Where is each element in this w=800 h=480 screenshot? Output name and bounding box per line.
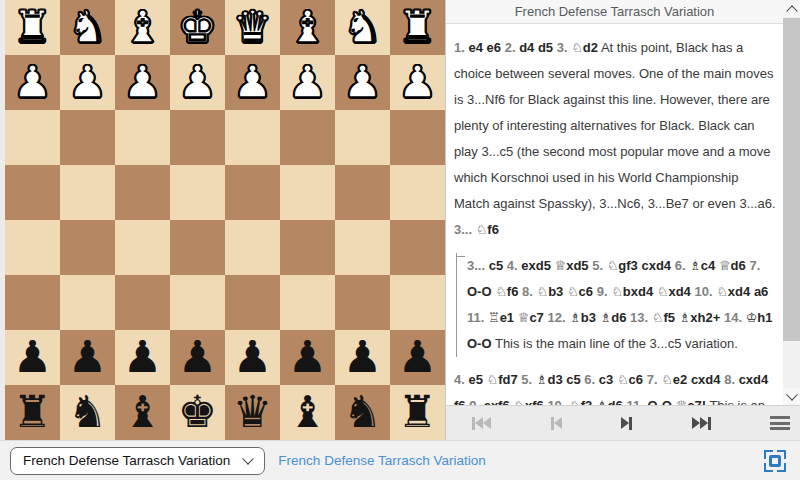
variation-line: 3... c5 4. exd5 ♕xd5 5. ♘gf3 cxd4 6. ♗c4… bbox=[456, 253, 777, 357]
piece-black-pawn: ♟ bbox=[115, 330, 170, 385]
move[interactable]: O-O bbox=[467, 284, 492, 299]
square-c3[interactable] bbox=[280, 110, 335, 165]
square-d3[interactable] bbox=[225, 110, 280, 165]
square-g4[interactable] bbox=[60, 165, 115, 220]
next-move-button[interactable] bbox=[621, 417, 632, 430]
analysis-panel: French Defense Tarrasch Variation 1. e4 … bbox=[445, 0, 800, 440]
move[interactable]: ♘f5 bbox=[652, 310, 675, 325]
move[interactable]: ♗xh2+ bbox=[679, 310, 721, 325]
square-g2[interactable]: ♟ bbox=[60, 55, 115, 110]
piece-black-pawn: ♟ bbox=[390, 330, 445, 385]
go-to-start-button[interactable] bbox=[472, 417, 491, 430]
piece-black-pawn: ♟ bbox=[280, 330, 335, 385]
move[interactable]: O-O bbox=[647, 398, 672, 405]
move-number: 5. bbox=[521, 372, 532, 387]
square-b2[interactable]: ♟ bbox=[335, 55, 390, 110]
commentary: This is the main line of the 3...c5 vari… bbox=[495, 336, 738, 351]
move[interactable]: ♘c6 bbox=[617, 372, 643, 387]
move[interactable]: ♘gf3 bbox=[607, 258, 638, 273]
go-to-end-button[interactable] bbox=[692, 417, 711, 430]
chevron-down-icon bbox=[786, 389, 797, 400]
move-number: 8. bbox=[724, 372, 735, 387]
move[interactable]: ♘d2 bbox=[571, 40, 598, 55]
piece-white-rook: ♜ bbox=[390, 0, 445, 55]
chevron-up-icon bbox=[786, 5, 797, 16]
move[interactable]: ♖e1 bbox=[488, 310, 514, 325]
square-h8[interactable]: ♜ bbox=[5, 385, 60, 440]
piece-white-pawn: ♟ bbox=[390, 55, 445, 110]
move[interactable]: ♘f6 bbox=[495, 284, 518, 299]
move[interactable]: cxd4 bbox=[641, 258, 671, 273]
square-c7[interactable]: ♟ bbox=[280, 330, 335, 385]
piece-black-bishop: ♝ bbox=[115, 385, 170, 440]
move-number: 12. bbox=[547, 310, 565, 325]
piece-black-rook: ♜ bbox=[390, 385, 445, 440]
scroll-up-button[interactable] bbox=[783, 0, 800, 17]
square-c2[interactable]: ♟ bbox=[280, 55, 335, 110]
move[interactable]: e4 bbox=[468, 40, 482, 55]
piece-white-bishop: ♝ bbox=[115, 0, 170, 55]
move[interactable]: c3 bbox=[599, 372, 613, 387]
move-number: 11. bbox=[626, 398, 643, 405]
square-h7[interactable]: ♟ bbox=[5, 330, 60, 385]
piece-white-king: ♚ bbox=[170, 0, 225, 55]
fullscreen-button[interactable] bbox=[764, 450, 786, 472]
square-f3[interactable] bbox=[115, 110, 170, 165]
move[interactable]: c5 bbox=[489, 258, 503, 273]
piece-white-rook: ♜ bbox=[5, 0, 60, 55]
square-a5[interactable] bbox=[390, 220, 445, 275]
square-f4[interactable] bbox=[115, 165, 170, 220]
move[interactable]: ♕c7! bbox=[676, 398, 706, 405]
piece-white-pawn: ♟ bbox=[115, 55, 170, 110]
move[interactable]: d5 bbox=[538, 40, 553, 55]
main-line-paragraph: 4. e5 ♘fd7 5. ♗d3 c5 6. c3 ♘c6 7. ♘e2 cx… bbox=[454, 367, 777, 405]
chess-board: ♜♞♝♚♛♝♞♜♟♟♟♟♟♟♟♟♟♟♟♟♟♟♟♟♜♞♝♚♛♝♞♜ bbox=[5, 0, 445, 440]
square-h1[interactable]: ♜ bbox=[5, 0, 60, 55]
piece-black-knight: ♞ bbox=[335, 385, 390, 440]
square-h6[interactable] bbox=[5, 275, 60, 330]
move-text-content: 1. e4 e6 2. d4 d5 3. ♘d2 At this point, … bbox=[446, 24, 783, 405]
move-number: 11. bbox=[467, 310, 484, 325]
variation-select-value: French Defense Tarrasch Variation bbox=[23, 453, 230, 468]
board-column: ♜♞♝♚♛♝♞♜♟♟♟♟♟♟♟♟♟♟♟♟♟♟♟♟♜♞♝♚♛♝♞♜ bbox=[0, 0, 445, 440]
move[interactable]: ♘xf6 bbox=[513, 398, 543, 405]
square-e1[interactable]: ♚ bbox=[170, 0, 225, 55]
variation-select[interactable]: French Defense Tarrasch Variation bbox=[10, 447, 265, 475]
square-g7[interactable]: ♟ bbox=[60, 330, 115, 385]
chess-study-app: ♜♞♝♚♛♝♞♜♟♟♟♟♟♟♟♟♟♟♟♟♟♟♟♟♜♞♝♚♛♝♞♜ French … bbox=[0, 0, 800, 480]
square-d8[interactable]: ♛ bbox=[225, 385, 280, 440]
menu-icon bbox=[770, 416, 790, 419]
square-e3[interactable] bbox=[170, 110, 225, 165]
next-move-icon bbox=[621, 417, 629, 429]
move[interactable]: a6 bbox=[754, 284, 768, 299]
move[interactable]: c5 bbox=[566, 372, 580, 387]
piece-black-rook: ♜ bbox=[5, 385, 60, 440]
square-b5[interactable] bbox=[335, 220, 390, 275]
move[interactable]: ♗b3 bbox=[569, 310, 596, 325]
square-d5[interactable] bbox=[225, 220, 280, 275]
piece-white-pawn: ♟ bbox=[225, 55, 280, 110]
move-number: 5. bbox=[592, 258, 603, 273]
square-b7[interactable]: ♟ bbox=[335, 330, 390, 385]
move-number: 8. bbox=[522, 284, 533, 299]
square-c1[interactable]: ♝ bbox=[280, 0, 335, 55]
main-line-paragraph: 1. e4 e6 2. d4 d5 3. ♘d2 At this point, … bbox=[454, 35, 777, 243]
move[interactable]: ♘xd4 bbox=[657, 284, 691, 299]
move-number: 2. bbox=[505, 40, 516, 55]
move-navigation-bar bbox=[446, 405, 800, 440]
move-number: 9. bbox=[469, 398, 480, 405]
square-b4[interactable] bbox=[335, 165, 390, 220]
move[interactable]: ♔h1 bbox=[746, 310, 773, 325]
move-number: 3. bbox=[557, 40, 568, 55]
piece-white-pawn: ♟ bbox=[5, 55, 60, 110]
square-a7[interactable]: ♟ bbox=[390, 330, 445, 385]
square-f2[interactable]: ♟ bbox=[115, 55, 170, 110]
square-b8[interactable]: ♞ bbox=[335, 385, 390, 440]
piece-black-king: ♚ bbox=[170, 385, 225, 440]
square-h2[interactable]: ♟ bbox=[5, 55, 60, 110]
last-move-icon bbox=[692, 417, 700, 429]
square-e5[interactable] bbox=[170, 220, 225, 275]
scrollbar-track[interactable] bbox=[783, 17, 800, 388]
square-g6[interactable] bbox=[60, 275, 115, 330]
move-number: 7. bbox=[647, 372, 658, 387]
square-b3[interactable] bbox=[335, 110, 390, 165]
panel-scrollbar[interactable] bbox=[783, 0, 800, 405]
commentary: At this point, Black has a choice betwee… bbox=[454, 40, 776, 211]
move[interactable]: O-O bbox=[467, 336, 492, 351]
footer-bar: French Defense Tarrasch Variation French… bbox=[0, 440, 800, 480]
move[interactable]: cxd4 bbox=[739, 372, 769, 387]
square-c4[interactable] bbox=[280, 165, 335, 220]
square-b6[interactable] bbox=[335, 275, 390, 330]
move[interactable]: ♕c7 bbox=[518, 310, 544, 325]
piece-black-knight: ♞ bbox=[60, 385, 115, 440]
square-d6[interactable] bbox=[225, 275, 280, 330]
square-e6[interactable] bbox=[170, 275, 225, 330]
square-c5[interactable] bbox=[280, 220, 335, 275]
move[interactable]: exd5 bbox=[521, 258, 551, 273]
square-b1[interactable]: ♞ bbox=[335, 0, 390, 55]
square-h4[interactable] bbox=[5, 165, 60, 220]
square-f8[interactable]: ♝ bbox=[115, 385, 170, 440]
square-g3[interactable] bbox=[60, 110, 115, 165]
move[interactable]: exf6 bbox=[484, 398, 510, 405]
square-f6[interactable] bbox=[115, 275, 170, 330]
square-f1[interactable]: ♝ bbox=[115, 0, 170, 55]
menu-button[interactable] bbox=[770, 416, 790, 430]
square-e8[interactable]: ♚ bbox=[170, 385, 225, 440]
move-number: 10. bbox=[694, 284, 712, 299]
square-d7[interactable]: ♟ bbox=[225, 330, 280, 385]
move-number: 3... bbox=[454, 222, 472, 237]
square-a3[interactable] bbox=[390, 110, 445, 165]
square-g5[interactable] bbox=[60, 220, 115, 275]
square-d2[interactable]: ♟ bbox=[225, 55, 280, 110]
square-h3[interactable] bbox=[5, 110, 60, 165]
move[interactable]: ♘xd4 bbox=[716, 284, 750, 299]
square-f5[interactable] bbox=[115, 220, 170, 275]
piece-black-pawn: ♟ bbox=[60, 330, 115, 385]
square-d1[interactable]: ♛ bbox=[225, 0, 280, 55]
move-number: 4. bbox=[507, 258, 518, 273]
square-a6[interactable] bbox=[390, 275, 445, 330]
piece-white-pawn: ♟ bbox=[60, 55, 115, 110]
move[interactable]: ♗d6 bbox=[600, 310, 627, 325]
piece-white-knight: ♞ bbox=[60, 0, 115, 55]
move-number: 14. bbox=[724, 310, 742, 325]
square-f7[interactable]: ♟ bbox=[115, 330, 170, 385]
chevron-down-icon bbox=[243, 453, 254, 464]
panel-title: French Defense Tarrasch Variation bbox=[446, 0, 783, 24]
move-number: 7. bbox=[749, 258, 760, 273]
square-a4[interactable] bbox=[390, 165, 445, 220]
piece-black-bishop: ♝ bbox=[280, 385, 335, 440]
move[interactable]: ♕d6 bbox=[719, 258, 746, 273]
move[interactable]: e6 bbox=[487, 40, 501, 55]
move[interactable]: cxd4 bbox=[691, 372, 721, 387]
move[interactable]: ♕xd5 bbox=[555, 258, 589, 273]
move[interactable]: ♗d3 bbox=[536, 372, 563, 387]
main-area: ♜♞♝♚♛♝♞♜♟♟♟♟♟♟♟♟♟♟♟♟♟♟♟♟♜♞♝♚♛♝♞♜ French … bbox=[0, 0, 800, 440]
move[interactable]: ♘bxd4 bbox=[611, 284, 653, 299]
piece-white-queen: ♛ bbox=[225, 0, 280, 55]
move[interactable]: ♘f6 bbox=[476, 222, 499, 237]
move[interactable]: ♘c6 bbox=[567, 284, 593, 299]
move[interactable]: ♘fd7 bbox=[487, 372, 518, 387]
move[interactable]: ♗d6 bbox=[596, 398, 623, 405]
document-column: French Defense Tarrasch Variation 1. e4 … bbox=[446, 0, 783, 405]
square-c8[interactable]: ♝ bbox=[280, 385, 335, 440]
piece-white-pawn: ♟ bbox=[170, 55, 225, 110]
square-e2[interactable]: ♟ bbox=[170, 55, 225, 110]
piece-black-queen: ♛ bbox=[225, 385, 280, 440]
square-h5[interactable] bbox=[5, 220, 60, 275]
scrollbar-thumb[interactable] bbox=[783, 18, 800, 341]
move[interactable]: d4 bbox=[519, 40, 534, 55]
move-number: 13. bbox=[630, 310, 648, 325]
move-number: 6. bbox=[675, 258, 686, 273]
move[interactable]: ♘e2 bbox=[661, 372, 687, 387]
square-e4[interactable] bbox=[170, 165, 225, 220]
square-g1[interactable]: ♞ bbox=[60, 0, 115, 55]
move-number: 10. bbox=[547, 398, 565, 405]
move-number: 3... bbox=[467, 258, 485, 273]
move[interactable]: e5 bbox=[468, 372, 482, 387]
scroll-down-button[interactable] bbox=[783, 388, 800, 405]
piece-black-pawn: ♟ bbox=[170, 330, 225, 385]
move-number: 1. bbox=[454, 40, 465, 55]
document-panel: French Defense Tarrasch Variation 1. e4 … bbox=[446, 0, 800, 405]
piece-white-bishop: ♝ bbox=[280, 0, 335, 55]
piece-black-pawn: ♟ bbox=[5, 330, 60, 385]
square-c6[interactable] bbox=[280, 275, 335, 330]
square-g8[interactable]: ♞ bbox=[60, 385, 115, 440]
move[interactable]: ♘b3 bbox=[537, 284, 564, 299]
square-a2[interactable]: ♟ bbox=[390, 55, 445, 110]
piece-white-pawn: ♟ bbox=[280, 55, 335, 110]
square-e7[interactable]: ♟ bbox=[170, 330, 225, 385]
square-d4[interactable] bbox=[225, 165, 280, 220]
piece-white-knight: ♞ bbox=[335, 0, 390, 55]
square-a1[interactable]: ♜ bbox=[390, 0, 445, 55]
piece-white-pawn: ♟ bbox=[335, 55, 390, 110]
move[interactable]: ♗c4 bbox=[689, 258, 715, 273]
previous-move-button[interactable] bbox=[551, 417, 562, 430]
piece-black-pawn: ♟ bbox=[335, 330, 390, 385]
move[interactable]: ♘f3 bbox=[569, 398, 592, 405]
move-number: 4. bbox=[454, 372, 465, 387]
move-number: 6. bbox=[584, 372, 595, 387]
variation-link[interactable]: French Defense Tarrasch Variation bbox=[278, 453, 485, 468]
move-number: 9. bbox=[597, 284, 608, 299]
move[interactable]: f6 bbox=[454, 398, 466, 405]
piece-black-pawn: ♟ bbox=[225, 330, 280, 385]
square-a8[interactable]: ♜ bbox=[390, 385, 445, 440]
